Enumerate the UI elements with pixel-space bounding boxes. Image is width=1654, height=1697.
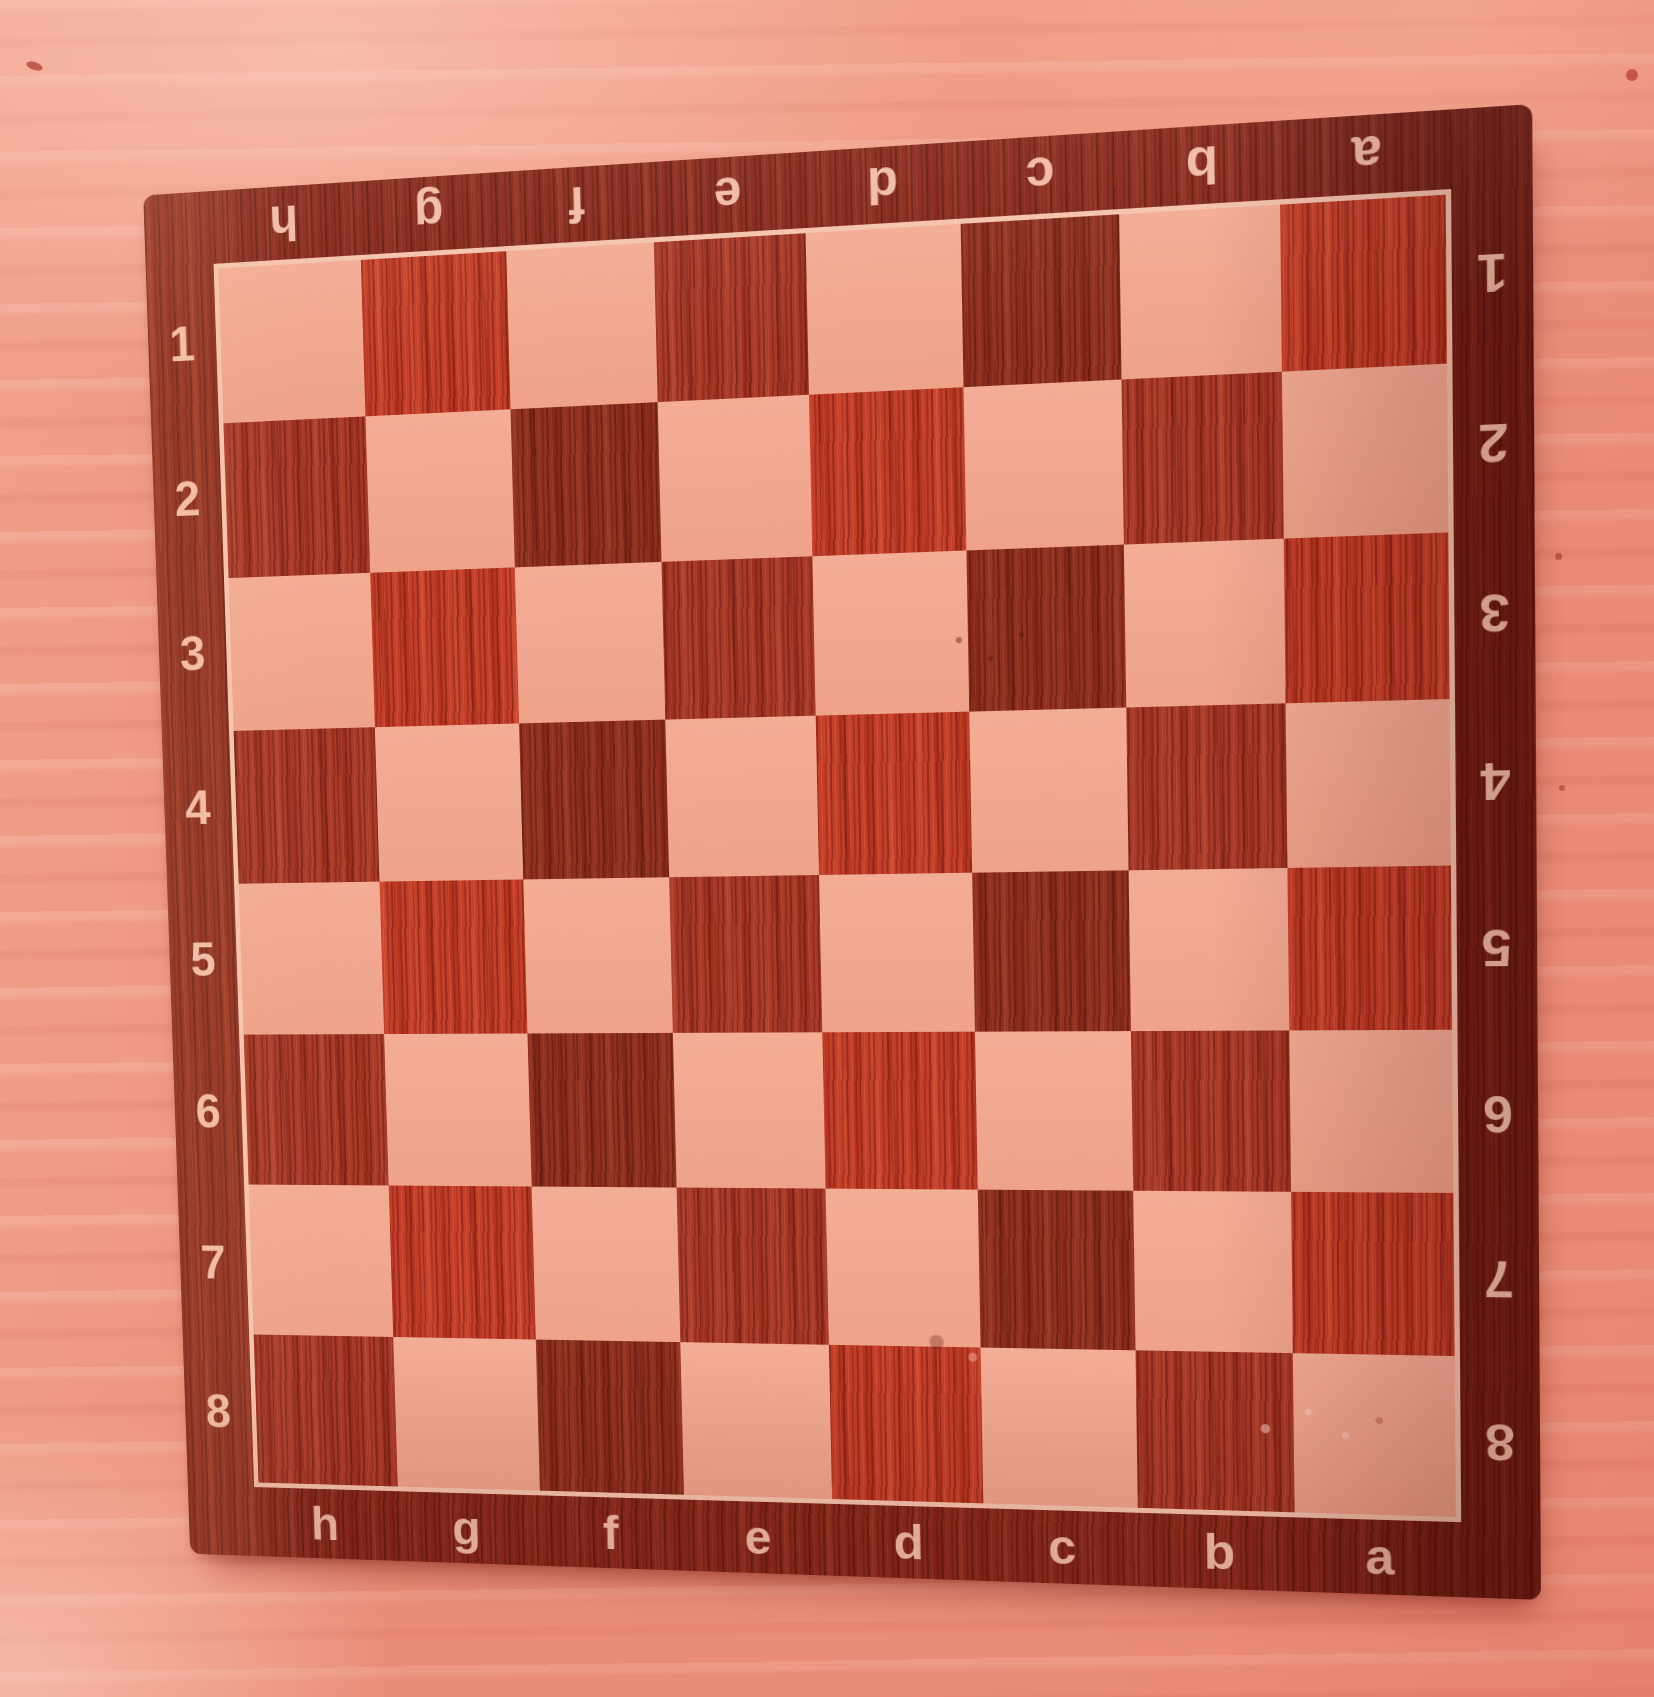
photo-scene: hgfedcba hgfedcba 12345678 12345678 [0,0,1654,1697]
rank-label-3-left: 3 [179,629,206,678]
rank-label-6-left: 6 [195,1088,222,1135]
square-h5 [239,881,384,1034]
square-g8 [393,1337,539,1491]
rank-label-1-left: 1 [169,319,196,369]
square-e7 [677,1188,829,1345]
square-a3 [1284,532,1450,703]
rank-label-4-left: 4 [184,783,211,831]
coord-cell: a [1283,109,1451,199]
coord-cell: 2 [1452,356,1534,530]
file-label-c-top: c [1025,148,1055,202]
square-f2 [510,402,662,567]
square-e6 [673,1032,825,1189]
square-a6 [1289,1030,1453,1194]
square-d2 [809,388,966,556]
square-f7 [531,1187,680,1342]
square-f6 [527,1033,677,1188]
coord-cell: b [1120,120,1284,209]
square-g4 [375,724,523,882]
square-c2 [963,380,1123,550]
square-h3 [229,573,375,731]
square-c3 [966,544,1126,711]
chess-board: hgfedcba hgfedcba 12345678 12345678 [143,104,1541,1600]
square-h4 [234,727,380,883]
square-c6 [975,1031,1133,1191]
play-area [214,189,1462,1522]
square-a4 [1286,699,1451,867]
coord-cell: a [1299,1517,1462,1597]
rank-label-7-right: 7 [1484,1252,1514,1304]
coord-cell: c [984,1508,1141,1586]
coord-cell: c [960,131,1121,218]
coord-cell: 6 [172,1036,244,1187]
square-e1 [654,233,809,402]
square-a8 [1293,1353,1456,1517]
square-b4 [1126,703,1288,869]
square-h8 [254,1334,398,1486]
file-label-a-bottom: a [1365,1531,1395,1582]
rank-label-4-right: 4 [1480,754,1511,807]
square-d6 [822,1032,977,1190]
square-g2 [365,410,514,573]
cardboard-stain [1626,69,1638,81]
square-d4 [816,712,972,875]
square-c5 [972,870,1131,1032]
rank-label-3-right: 3 [1479,585,1510,639]
square-b3 [1123,538,1286,707]
file-label-b-top: b [1185,137,1218,192]
coord-cell: 8 [183,1336,254,1487]
square-g3 [370,567,519,727]
rank-label-6-right: 6 [1483,1088,1513,1140]
file-label-d-top: d [866,158,898,212]
square-g1 [361,251,511,417]
rank-label-5-right: 5 [1482,921,1513,973]
square-f5 [523,877,673,1034]
square-e2 [658,395,812,561]
square-b8 [1135,1350,1295,1512]
file-label-c-bottom: c [1048,1522,1077,1572]
square-d8 [829,1344,983,1503]
square-c8 [980,1347,1137,1508]
square-f3 [514,562,665,724]
coord-cell: 1 [146,264,219,424]
file-label-b-bottom: b [1203,1527,1235,1578]
coord-cell: 5 [167,883,239,1036]
coord-cell: e [651,152,806,237]
coord-cell: 3 [156,576,229,732]
file-label-h-bottom: h [310,1500,339,1548]
coord-cell: e [683,1500,834,1576]
square-h1 [218,260,365,424]
coord-cell: g [394,1491,539,1566]
file-label-e-top: e [713,168,742,221]
square-a5 [1288,865,1452,1030]
file-label-f-top: f [568,179,585,231]
square-b2 [1121,372,1284,544]
coord-cell: 4 [162,730,234,884]
rank-label-7-left: 7 [200,1238,227,1285]
square-h7 [249,1185,393,1337]
square-g7 [388,1186,535,1339]
rank-labels-right: 12345678 [1451,184,1540,1524]
square-a7 [1291,1192,1454,1356]
square-a1 [1280,195,1447,372]
square-d1 [806,224,964,395]
file-label-d-bottom: d [893,1517,924,1567]
rank-label-8-left: 8 [205,1388,232,1435]
square-c7 [978,1190,1135,1350]
coord-cell: b [1140,1513,1300,1592]
cardboard-stain [25,60,44,73]
cardboard-stain [1555,553,1562,560]
square-a2 [1282,364,1448,538]
coord-cell: d [804,142,962,228]
square-h2 [223,417,370,578]
coord-cell: 4 [1455,696,1537,865]
coord-cell: 2 [151,420,224,578]
coord-cell: g [355,172,504,255]
rank-label-5-left: 5 [190,936,217,984]
square-c1 [960,214,1121,387]
coord-cell: f [501,162,653,246]
square-c4 [969,708,1128,873]
square-d7 [826,1189,981,1347]
square-b6 [1130,1030,1291,1192]
cardboard-stain [1559,785,1565,791]
square-g6 [384,1033,531,1186]
coord-cell: 3 [1454,526,1536,697]
square-g5 [379,879,527,1034]
coord-cell: 7 [1459,1196,1540,1361]
square-h6 [244,1034,389,1186]
file-label-g-top: g [413,188,443,240]
square-b7 [1133,1191,1293,1353]
file-label-g-bottom: g [451,1504,481,1552]
coord-cell: f [537,1495,685,1570]
rank-label-8-right: 8 [1485,1416,1515,1468]
square-f8 [535,1339,684,1495]
coord-cell: 1 [1451,184,1534,360]
square-f4 [519,720,670,879]
square-f1 [506,242,658,409]
file-label-f-bottom: f [602,1509,619,1557]
coord-cell: 5 [1456,864,1537,1031]
square-e4 [666,716,819,877]
file-label-h-top: h [269,197,299,248]
square-e8 [681,1342,833,1499]
coord-cell: d [832,1504,986,1581]
rank-label-1-right: 1 [1477,245,1508,300]
board-grid [218,195,1456,1517]
coord-cell: 7 [178,1187,250,1338]
square-d5 [819,872,975,1032]
coord-cell: h [254,1487,396,1561]
coord-cell: 6 [1457,1031,1538,1197]
square-e3 [662,556,816,720]
coord-cell: h [211,182,357,264]
square-d3 [812,550,969,716]
rank-label-2-right: 2 [1478,416,1509,471]
square-b5 [1128,867,1289,1031]
rank-label-2-left: 2 [174,475,201,525]
square-e5 [669,875,822,1033]
file-label-e-bottom: e [744,1513,772,1562]
square-b1 [1119,205,1283,380]
file-label-a-top: a [1352,127,1383,182]
coord-cell: 8 [1460,1360,1541,1525]
